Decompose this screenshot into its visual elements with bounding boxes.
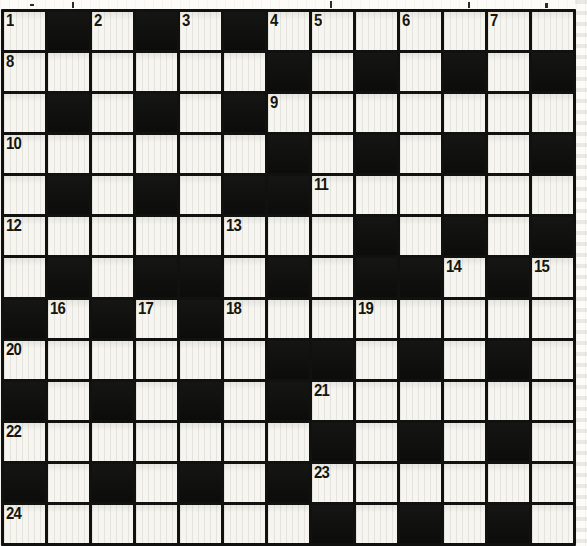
- cell-r5-c10-block: [444, 217, 485, 255]
- cell-r10-c2[interactable]: [92, 423, 133, 461]
- clue-number-21: 21: [314, 382, 329, 401]
- cell-r0-c6[interactable]: 4: [268, 12, 309, 50]
- cell-r3-c9[interactable]: [400, 135, 441, 173]
- clue-number-2: 2: [94, 12, 101, 31]
- cell-r10-c12[interactable]: [532, 423, 573, 461]
- cell-r3-c10-block: [444, 135, 485, 173]
- cell-r9-c11[interactable]: [488, 382, 529, 420]
- cell-r6-c3-block: [136, 258, 177, 296]
- cell-r8-c8[interactable]: [356, 341, 397, 379]
- cell-r10-c11-block: [488, 423, 529, 461]
- clue-number-20: 20: [6, 341, 21, 360]
- cell-r3-c6-block: [268, 135, 309, 173]
- cell-r9-c1[interactable]: [48, 382, 89, 420]
- page-edge-scan-noise: [575, 0, 587, 546]
- cell-r5-c0[interactable]: 12: [4, 217, 45, 255]
- cell-r2-c11[interactable]: [488, 94, 529, 132]
- cell-r1-c3[interactable]: [136, 53, 177, 91]
- cell-r10-c8[interactable]: [356, 423, 397, 461]
- clue-number-17: 17: [138, 300, 153, 319]
- cell-r6-c11-block: [488, 258, 529, 296]
- cell-r5-c4[interactable]: [180, 217, 221, 255]
- cell-r1-c8-block: [356, 53, 397, 91]
- cell-r9-c3[interactable]: [136, 382, 177, 420]
- cell-r0-c2[interactable]: 2: [92, 12, 133, 50]
- scan-artifact: [468, 2, 470, 8]
- cell-r8-c5[interactable]: [224, 341, 265, 379]
- cell-r6-c1-block: [48, 258, 89, 296]
- cell-r8-c10[interactable]: [444, 341, 485, 379]
- clue-number-11: 11: [314, 176, 328, 195]
- cell-r0-c3-block: [136, 12, 177, 50]
- cell-r4-c1-block: [48, 176, 89, 214]
- cell-r9-c9[interactable]: [400, 382, 441, 420]
- cell-r9-c10[interactable]: [444, 382, 485, 420]
- cell-r7-c6[interactable]: [268, 300, 309, 338]
- cell-r8-c7-block: [312, 341, 353, 379]
- cell-r7-c0-block: [4, 300, 45, 338]
- cell-r4-c12[interactable]: [532, 176, 573, 214]
- cell-r2-c10[interactable]: [444, 94, 485, 132]
- cell-r10-c0[interactable]: 22: [4, 423, 45, 461]
- cell-r1-c5[interactable]: [224, 53, 265, 91]
- cell-r5-c12-block: [532, 217, 573, 255]
- cell-r5-c8-block: [356, 217, 397, 255]
- cell-r3-c12-block: [532, 135, 573, 173]
- cell-r2-c8[interactable]: [356, 94, 397, 132]
- cell-r1-c6-block: [268, 53, 309, 91]
- cell-r7-c8[interactable]: 19: [356, 300, 397, 338]
- cell-r1-c2[interactable]: [92, 53, 133, 91]
- cell-r8-c3[interactable]: [136, 341, 177, 379]
- cell-r12-c3[interactable]: [136, 505, 177, 543]
- cell-r4-c10[interactable]: [444, 176, 485, 214]
- cell-r12-c6[interactable]: [268, 505, 309, 543]
- cell-r12-c10[interactable]: [444, 505, 485, 543]
- clue-number-19: 19: [358, 300, 373, 319]
- cell-r4-c9[interactable]: [400, 176, 441, 214]
- cell-r1-c7[interactable]: [312, 53, 353, 91]
- cell-r11-c5[interactable]: [224, 464, 265, 502]
- cell-r6-c0[interactable]: [4, 258, 45, 296]
- cell-r12-c5[interactable]: [224, 505, 265, 543]
- cell-r7-c10[interactable]: [444, 300, 485, 338]
- clue-number-1: 1: [6, 12, 13, 31]
- cell-r8-c4[interactable]: [180, 341, 221, 379]
- clue-number-24: 24: [6, 505, 21, 524]
- cell-r6-c8-block: [356, 258, 397, 296]
- cell-r7-c11[interactable]: [488, 300, 529, 338]
- cell-r7-c5[interactable]: 18: [224, 300, 265, 338]
- cell-r6-c9-block: [400, 258, 441, 296]
- cell-r1-c12-block: [532, 53, 573, 91]
- clue-number-3: 3: [182, 12, 189, 31]
- cell-r1-c10-block: [444, 53, 485, 91]
- clue-number-4: 4: [270, 12, 277, 31]
- cell-r12-c1[interactable]: [48, 505, 89, 543]
- cell-r0-c9[interactable]: 6: [400, 12, 441, 50]
- cell-r0-c12[interactable]: [532, 12, 573, 50]
- cell-r7-c4-block: [180, 300, 221, 338]
- cell-r4-c11[interactable]: [488, 176, 529, 214]
- cell-r10-c3[interactable]: [136, 423, 177, 461]
- clue-number-7: 7: [490, 12, 497, 31]
- cell-r12-c8[interactable]: [356, 505, 397, 543]
- cell-r6-c7[interactable]: [312, 258, 353, 296]
- clue-number-13: 13: [226, 217, 241, 236]
- cell-r7-c7[interactable]: [312, 300, 353, 338]
- scan-artifact: [30, 4, 34, 6]
- cell-r10-c9-block: [400, 423, 441, 461]
- cell-r1-c9[interactable]: [400, 53, 441, 91]
- cell-r11-c1[interactable]: [48, 464, 89, 502]
- cell-r11-c6-block: [268, 464, 309, 502]
- cell-r0-c0[interactable]: 1: [4, 12, 45, 50]
- cell-r4-c6-block: [268, 176, 309, 214]
- cell-r2-c12[interactable]: [532, 94, 573, 132]
- cell-r8-c12[interactable]: [532, 341, 573, 379]
- cell-r4-c5-block: [224, 176, 265, 214]
- cell-r0-c1-block: [48, 12, 89, 50]
- cell-r11-c12[interactable]: [532, 464, 573, 502]
- cell-r4-c2[interactable]: [92, 176, 133, 214]
- cell-r9-c4-block: [180, 382, 221, 420]
- cell-r0-c11[interactable]: 7: [488, 12, 529, 50]
- cell-r9-c12[interactable]: [532, 382, 573, 420]
- cell-r1-c4[interactable]: [180, 53, 221, 91]
- cell-r3-c4[interactable]: [180, 135, 221, 173]
- cell-r2-c7[interactable]: [312, 94, 353, 132]
- cell-r9-c5[interactable]: [224, 382, 265, 420]
- clue-number-22: 22: [6, 423, 21, 442]
- cell-r12-c12[interactable]: [532, 505, 573, 543]
- cell-r4-c8[interactable]: [356, 176, 397, 214]
- cell-r7-c12[interactable]: [532, 300, 573, 338]
- cell-r7-c1[interactable]: 16: [48, 300, 89, 338]
- cell-r1-c0[interactable]: 8: [4, 53, 45, 91]
- cell-r9-c0-block: [4, 382, 45, 420]
- cell-r7-c3[interactable]: 17: [136, 300, 177, 338]
- clue-number-14: 14: [446, 258, 461, 277]
- cell-r12-c2[interactable]: [92, 505, 133, 543]
- cell-r12-c0[interactable]: 24: [4, 505, 45, 543]
- cell-r0-c4[interactable]: 3: [180, 12, 221, 50]
- cell-r0-c7[interactable]: 5: [312, 12, 353, 50]
- cell-r8-c0[interactable]: 20: [4, 341, 45, 379]
- clue-number-9: 9: [270, 94, 277, 113]
- cell-r8-c6-block: [268, 341, 309, 379]
- cell-r2-c3-block: [136, 94, 177, 132]
- cell-r9-c8[interactable]: [356, 382, 397, 420]
- cell-r11-c7[interactable]: 23: [312, 464, 353, 502]
- cell-r3-c3[interactable]: [136, 135, 177, 173]
- cell-r0-c8[interactable]: [356, 12, 397, 50]
- cell-r3-c8-block: [356, 135, 397, 173]
- clue-number-23: 23: [314, 464, 329, 483]
- cell-r2-c4[interactable]: [180, 94, 221, 132]
- cell-r10-c5[interactable]: [224, 423, 265, 461]
- cell-r8-c9-block: [400, 341, 441, 379]
- cell-r8-c11-block: [488, 341, 529, 379]
- cell-r6-c2[interactable]: [92, 258, 133, 296]
- cell-r8-c2[interactable]: [92, 341, 133, 379]
- cell-r11-c8[interactable]: [356, 464, 397, 502]
- cell-r6-c5[interactable]: [224, 258, 265, 296]
- cell-r5-c5[interactable]: 13: [224, 217, 265, 255]
- cell-r2-c0[interactable]: [4, 94, 45, 132]
- scan-artifact: [545, 3, 548, 8]
- cell-r12-c4[interactable]: [180, 505, 221, 543]
- cell-r5-c6[interactable]: [268, 217, 309, 255]
- cell-r11-c10[interactable]: [444, 464, 485, 502]
- cell-r4-c7[interactable]: 11: [312, 176, 353, 214]
- crossword-grid: 123456789101112131415161718192021222324: [1, 9, 576, 546]
- cell-r9-c6-block: [268, 382, 309, 420]
- cell-r6-c12[interactable]: 15: [532, 258, 573, 296]
- cell-r11-c4-block: [180, 464, 221, 502]
- cell-r8-c1[interactable]: [48, 341, 89, 379]
- cell-r10-c1[interactable]: [48, 423, 89, 461]
- cell-r2-c6[interactable]: 9: [268, 94, 309, 132]
- cell-r6-c4-block: [180, 258, 221, 296]
- cell-r5-c11[interactable]: [488, 217, 529, 255]
- cell-r7-c2-block: [92, 300, 133, 338]
- cell-r2-c5-block: [224, 94, 265, 132]
- clue-number-16: 16: [50, 300, 65, 319]
- cell-r5-c3[interactable]: [136, 217, 177, 255]
- clue-number-10: 10: [6, 135, 21, 154]
- cell-r0-c5-block: [224, 12, 265, 50]
- cell-r2-c1-block: [48, 94, 89, 132]
- cell-r10-c6[interactable]: [268, 423, 309, 461]
- clue-number-6: 6: [402, 12, 409, 31]
- cell-r11-c3[interactable]: [136, 464, 177, 502]
- cell-r1-c11[interactable]: [488, 53, 529, 91]
- clue-number-5: 5: [314, 12, 321, 31]
- cell-r3-c1[interactable]: [48, 135, 89, 173]
- cell-r10-c7-block: [312, 423, 353, 461]
- cell-r10-c10[interactable]: [444, 423, 485, 461]
- cell-r5-c7[interactable]: [312, 217, 353, 255]
- cell-r0-c10[interactable]: [444, 12, 485, 50]
- cell-r3-c11[interactable]: [488, 135, 529, 173]
- cell-r9-c2-block: [92, 382, 133, 420]
- clue-number-18: 18: [226, 300, 241, 319]
- cell-r5-c2[interactable]: [92, 217, 133, 255]
- cell-r3-c0[interactable]: 10: [4, 135, 45, 173]
- cell-r3-c5[interactable]: [224, 135, 265, 173]
- cell-r6-c10[interactable]: 14: [444, 258, 485, 296]
- cell-r4-c0[interactable]: [4, 176, 45, 214]
- scanned-crossword-page: 123456789101112131415161718192021222324: [0, 0, 587, 546]
- clue-number-8: 8: [6, 53, 13, 72]
- cell-r3-c2[interactable]: [92, 135, 133, 173]
- scan-artifact: [330, 1, 332, 8]
- scan-artifact: [72, 2, 74, 8]
- cell-r9-c7[interactable]: 21: [312, 382, 353, 420]
- cell-r11-c0-block: [4, 464, 45, 502]
- cell-r3-c7[interactable]: [312, 135, 353, 173]
- cell-r11-c11[interactable]: [488, 464, 529, 502]
- cell-r12-c11-block: [488, 505, 529, 543]
- cell-r11-c9[interactable]: [400, 464, 441, 502]
- cell-r4-c4[interactable]: [180, 176, 221, 214]
- cell-r4-c3-block: [136, 176, 177, 214]
- cell-r10-c4[interactable]: [180, 423, 221, 461]
- cell-r2-c9[interactable]: [400, 94, 441, 132]
- cell-r12-c9-block: [400, 505, 441, 543]
- clue-number-12: 12: [6, 217, 21, 236]
- cell-r11-c2-block: [92, 464, 133, 502]
- cell-r5-c1[interactable]: [48, 217, 89, 255]
- clue-number-15: 15: [534, 258, 549, 277]
- cell-r2-c2[interactable]: [92, 94, 133, 132]
- cell-r6-c6-block: [268, 258, 309, 296]
- cell-r12-c7-block: [312, 505, 353, 543]
- cell-r1-c1[interactable]: [48, 53, 89, 91]
- cell-r5-c9[interactable]: [400, 217, 441, 255]
- cell-r7-c9[interactable]: [400, 300, 441, 338]
